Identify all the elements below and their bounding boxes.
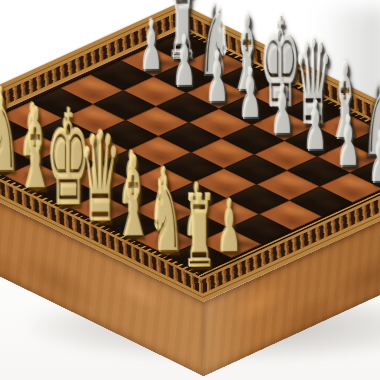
chess-set-photo: ♜♞♝♚♛♝♞♜♟♟♟♟♟♟♟♟♟♟♟♟♟♟♟♟♜♞♝♚♛♝♞♜ (0, 0, 380, 380)
